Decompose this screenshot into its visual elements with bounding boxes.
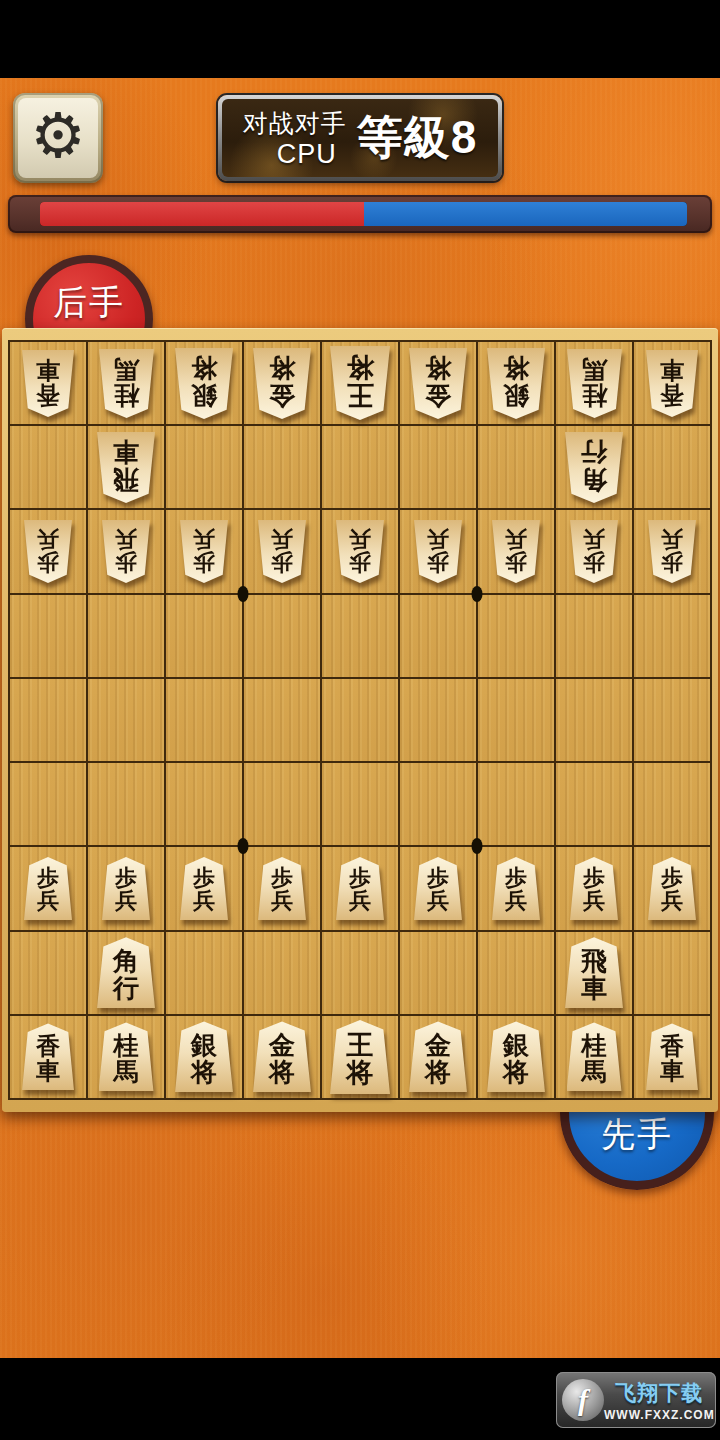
board-cell[interactable]: [88, 595, 164, 677]
shogi-piece-歩兵[interactable]: 歩兵: [180, 857, 228, 920]
board-cell[interactable]: 角行: [556, 426, 632, 508]
board-cell[interactable]: [166, 595, 242, 677]
shogi-piece-歩兵[interactable]: 歩兵: [492, 857, 540, 920]
shogi-piece-銀将[interactable]: 銀将: [487, 1021, 545, 1092]
shogi-piece-桂馬[interactable]: 桂馬: [99, 1022, 154, 1091]
piece-face: 歩兵: [180, 857, 228, 920]
board-cell[interactable]: 桂馬: [88, 342, 164, 424]
board-cell[interactable]: 香車: [634, 342, 710, 424]
shogi-piece-角行[interactable]: 角行: [97, 937, 155, 1008]
board-cell[interactable]: 歩兵: [556, 847, 632, 929]
piece-face: 飛車: [97, 432, 155, 503]
piece-face: 香車: [22, 1023, 74, 1090]
piece-face: 歩兵: [258, 857, 306, 920]
opponent-info-face: 对战对手 CPU 等級8: [222, 99, 498, 177]
piece-face: 桂馬: [567, 1022, 622, 1091]
board-cell[interactable]: [244, 679, 320, 761]
shogi-piece-歩兵[interactable]: 歩兵: [336, 857, 384, 920]
shogi-piece-歩兵[interactable]: 歩兵: [24, 520, 72, 583]
board-cell[interactable]: 歩兵: [10, 847, 86, 929]
piece-face: 歩兵: [492, 520, 540, 583]
shogi-piece-金将[interactable]: 金将: [253, 348, 311, 419]
board-cell[interactable]: 銀将: [478, 1016, 554, 1098]
piece-face: 金将: [409, 1021, 467, 1092]
watermark-logo-icon: f: [562, 1379, 604, 1421]
board-cell[interactable]: 歩兵: [166, 510, 242, 592]
board-cell[interactable]: [10, 679, 86, 761]
board-cell[interactable]: [478, 932, 554, 1014]
piece-face: 銀将: [175, 348, 233, 419]
star-point: [471, 586, 482, 602]
board-cell[interactable]: [88, 679, 164, 761]
piece-face: 歩兵: [492, 857, 540, 920]
board-cell[interactable]: 歩兵: [634, 510, 710, 592]
board-cell[interactable]: 王将: [322, 342, 398, 424]
board-cell[interactable]: 歩兵: [244, 847, 320, 929]
board-cell[interactable]: 歩兵: [400, 510, 476, 592]
piece-face: 歩兵: [570, 520, 618, 583]
board-cell[interactable]: 王将: [322, 1016, 398, 1098]
board-cell[interactable]: [400, 426, 476, 508]
shogi-piece-歩兵[interactable]: 歩兵: [258, 520, 306, 583]
shogi-piece-歩兵[interactable]: 歩兵: [648, 857, 696, 920]
board-cell[interactable]: 銀将: [166, 1016, 242, 1098]
board-cell[interactable]: 歩兵: [322, 847, 398, 929]
board-cell[interactable]: [10, 763, 86, 845]
piece-face: 歩兵: [180, 520, 228, 583]
board-cell[interactable]: [166, 679, 242, 761]
piece-face: 銀将: [487, 348, 545, 419]
board-cell[interactable]: [634, 426, 710, 508]
shogi-piece-歩兵[interactable]: 歩兵: [102, 857, 150, 920]
board-cell[interactable]: 香車: [634, 1016, 710, 1098]
board-cell[interactable]: 歩兵: [634, 847, 710, 929]
piece-face: 歩兵: [414, 857, 462, 920]
board-cell[interactable]: [10, 595, 86, 677]
shogi-piece-香車[interactable]: 香車: [22, 350, 74, 417]
piece-face: 王将: [330, 346, 390, 420]
board-cell[interactable]: 飛車: [556, 932, 632, 1014]
shogi-piece-香車[interactable]: 香車: [22, 1023, 74, 1090]
shogi-piece-歩兵[interactable]: 歩兵: [180, 520, 228, 583]
piece-face: 桂馬: [99, 1022, 154, 1091]
gote-label: 后手: [53, 280, 125, 326]
app-screen: ⚙ 对战对手 CPU 等級8 后手 先手 香車桂馬銀将金将王将金将銀将桂馬香車飛…: [0, 0, 720, 1440]
shogi-piece-歩兵[interactable]: 歩兵: [414, 520, 462, 583]
piece-face: 歩兵: [24, 857, 72, 920]
board-cell[interactable]: [478, 595, 554, 677]
board-cell[interactable]: [244, 932, 320, 1014]
piece-face: 歩兵: [102, 520, 150, 583]
board-cell[interactable]: [322, 932, 398, 1014]
shogi-piece-金将[interactable]: 金将: [409, 1021, 467, 1092]
shogi-piece-飛車[interactable]: 飛車: [565, 937, 623, 1008]
board-cell[interactable]: [244, 426, 320, 508]
piece-face: 歩兵: [102, 857, 150, 920]
board-cell[interactable]: [556, 679, 632, 761]
board-cell[interactable]: [88, 763, 164, 845]
opponent-labels: 对战对手 CPU: [243, 107, 347, 170]
board-cell[interactable]: [556, 595, 632, 677]
board-cell[interactable]: 歩兵: [322, 510, 398, 592]
piece-face: 歩兵: [648, 520, 696, 583]
cpu-level-label: 等級8: [357, 107, 478, 169]
shogi-piece-香車[interactable]: 香車: [646, 350, 698, 417]
evaluation-bar-track: [40, 202, 687, 226]
star-point: [238, 586, 249, 602]
board-cell[interactable]: 歩兵: [556, 510, 632, 592]
board-cell[interactable]: 金将: [244, 1016, 320, 1098]
board-cell[interactable]: [322, 763, 398, 845]
board-cell[interactable]: [478, 679, 554, 761]
shogi-piece-王将[interactable]: 王将: [330, 346, 390, 420]
shogi-piece-歩兵[interactable]: 歩兵: [336, 520, 384, 583]
board-cell[interactable]: [478, 426, 554, 508]
opponent-info-plaque: 对战对手 CPU 等級8: [218, 95, 502, 181]
shogi-piece-桂馬[interactable]: 桂馬: [99, 349, 154, 418]
star-point: [471, 838, 482, 854]
shogi-piece-歩兵[interactable]: 歩兵: [258, 857, 306, 920]
opponent-title: 对战对手: [243, 107, 347, 140]
piece-face: 歩兵: [336, 857, 384, 920]
board-cell[interactable]: 金将: [400, 342, 476, 424]
piece-face: 歩兵: [336, 520, 384, 583]
board-cell[interactable]: 歩兵: [166, 847, 242, 929]
board-cell[interactable]: [166, 426, 242, 508]
board-cell[interactable]: 歩兵: [400, 847, 476, 929]
shogi-piece-金将[interactable]: 金将: [409, 348, 467, 419]
board-cell[interactable]: 香車: [10, 342, 86, 424]
settings-button[interactable]: ⚙: [13, 93, 103, 183]
board-cell[interactable]: 歩兵: [244, 510, 320, 592]
board-cell[interactable]: [556, 763, 632, 845]
piece-face: 歩兵: [414, 520, 462, 583]
piece-face: 飛車: [565, 937, 623, 1008]
board-cell[interactable]: 歩兵: [88, 847, 164, 929]
board-cell[interactable]: [400, 763, 476, 845]
piece-face: 王将: [330, 1020, 390, 1094]
shogi-piece-歩兵[interactable]: 歩兵: [24, 857, 72, 920]
board-cell[interactable]: [166, 932, 242, 1014]
board-cell[interactable]: 金将: [244, 342, 320, 424]
piece-face: 角行: [97, 937, 155, 1008]
piece-face: 歩兵: [24, 520, 72, 583]
piece-face: 香車: [646, 1023, 698, 1090]
shogi-piece-王将[interactable]: 王将: [330, 1020, 390, 1094]
board-cell[interactable]: [10, 426, 86, 508]
board-cell[interactable]: [400, 595, 476, 677]
shogi-piece-歩兵[interactable]: 歩兵: [570, 520, 618, 583]
piece-face: 角行: [565, 432, 623, 503]
board-cell[interactable]: [10, 932, 86, 1014]
board-cell[interactable]: [322, 426, 398, 508]
board-cell[interactable]: [634, 932, 710, 1014]
shogi-piece-歩兵[interactable]: 歩兵: [492, 520, 540, 583]
board-cell[interactable]: [634, 595, 710, 677]
shogi-piece-銀将[interactable]: 銀将: [487, 348, 545, 419]
shogi-piece-銀将[interactable]: 銀将: [175, 348, 233, 419]
shogi-board: 香車桂馬銀将金将王将金将銀将桂馬香車飛車角行歩兵歩兵歩兵歩兵歩兵歩兵歩兵歩兵歩兵…: [2, 328, 718, 1112]
shogi-piece-桂馬[interactable]: 桂馬: [567, 349, 622, 418]
board-cell[interactable]: [400, 679, 476, 761]
board-cell[interactable]: [244, 595, 320, 677]
shogi-piece-香車[interactable]: 香車: [646, 1023, 698, 1090]
evaluation-red-fill: [40, 202, 364, 226]
evaluation-bar-frame: [8, 195, 712, 233]
piece-face: 香車: [22, 350, 74, 417]
settings-button-face: ⚙: [18, 98, 98, 178]
watermark-text: 飞翔下载 WWW.FXXZ.COM: [604, 1379, 715, 1422]
board-cell[interactable]: [322, 595, 398, 677]
shogi-piece-桂馬[interactable]: 桂馬: [567, 1022, 622, 1091]
board-cell[interactable]: 銀将: [166, 342, 242, 424]
piece-face: 金将: [253, 1021, 311, 1092]
board-cell[interactable]: 歩兵: [478, 510, 554, 592]
piece-face: 銀将: [487, 1021, 545, 1092]
piece-face: 金将: [253, 348, 311, 419]
board-grid: 香車桂馬銀将金将王将金将銀将桂馬香車飛車角行歩兵歩兵歩兵歩兵歩兵歩兵歩兵歩兵歩兵…: [8, 340, 712, 1100]
piece-face: 香車: [646, 350, 698, 417]
piece-face: 銀将: [175, 1021, 233, 1092]
gear-icon: ⚙: [30, 105, 86, 167]
shogi-piece-歩兵[interactable]: 歩兵: [570, 857, 618, 920]
board-cell[interactable]: 銀将: [478, 342, 554, 424]
board-cell[interactable]: 歩兵: [88, 510, 164, 592]
piece-face: 金将: [409, 348, 467, 419]
piece-face: 桂馬: [99, 349, 154, 418]
star-point: [238, 838, 249, 854]
watermark-badge: f 飞翔下载 WWW.FXXZ.COM: [556, 1372, 716, 1428]
board-cell[interactable]: [634, 679, 710, 761]
board-cell[interactable]: [244, 763, 320, 845]
shogi-piece-銀将[interactable]: 銀将: [175, 1021, 233, 1092]
shogi-piece-金将[interactable]: 金将: [253, 1021, 311, 1092]
board-cell[interactable]: 桂馬: [556, 1016, 632, 1098]
board-cell[interactable]: 歩兵: [10, 510, 86, 592]
shogi-piece-角行[interactable]: 角行: [565, 432, 623, 503]
shogi-piece-歩兵[interactable]: 歩兵: [102, 520, 150, 583]
piece-face: 歩兵: [258, 520, 306, 583]
piece-face: 歩兵: [648, 857, 696, 920]
board-cell[interactable]: 香車: [10, 1016, 86, 1098]
board-cell[interactable]: 桂馬: [556, 342, 632, 424]
evaluation-blue-fill: [364, 202, 688, 226]
board-cell[interactable]: 飛車: [88, 426, 164, 508]
board-cell[interactable]: [634, 763, 710, 845]
shogi-piece-歩兵[interactable]: 歩兵: [648, 520, 696, 583]
shogi-piece-歩兵[interactable]: 歩兵: [414, 857, 462, 920]
shogi-piece-飛車[interactable]: 飛車: [97, 432, 155, 503]
board-cell[interactable]: 角行: [88, 932, 164, 1014]
board-cell[interactable]: [166, 763, 242, 845]
board-cell[interactable]: 桂馬: [88, 1016, 164, 1098]
opponent-cpu-label: CPU: [277, 139, 337, 170]
board-cell[interactable]: [400, 932, 476, 1014]
sente-label: 先手: [601, 1112, 673, 1158]
board-cell[interactable]: 金将: [400, 1016, 476, 1098]
watermark-url: WWW.FXXZ.COM: [604, 1408, 715, 1422]
piece-face: 桂馬: [567, 349, 622, 418]
board-cell[interactable]: [478, 763, 554, 845]
watermark-title: 飞翔下载: [615, 1379, 703, 1407]
piece-face: 歩兵: [570, 857, 618, 920]
board-cell[interactable]: 歩兵: [478, 847, 554, 929]
board-cell[interactable]: [322, 679, 398, 761]
